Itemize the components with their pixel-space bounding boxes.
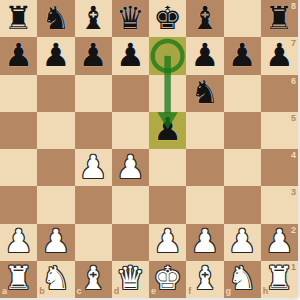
square-f7[interactable]: ♟ <box>186 37 223 74</box>
file-label-h: h <box>263 287 269 296</box>
square-c5[interactable] <box>75 112 112 149</box>
square-c2[interactable] <box>75 224 112 261</box>
white-knight-g1[interactable]: ♞ <box>228 262 257 294</box>
square-b7[interactable]: ♟ <box>37 37 74 74</box>
square-d7[interactable]: ♟ <box>112 37 149 74</box>
file-label-a: a <box>2 287 7 296</box>
square-h5[interactable]: 5 <box>261 112 298 149</box>
square-c6[interactable] <box>75 75 112 112</box>
square-a7[interactable]: ♟ <box>0 37 37 74</box>
white-pawn-h2[interactable]: ♟ <box>265 225 294 257</box>
white-bishop-f1[interactable]: ♝ <box>191 262 220 294</box>
rank-label-8: 8 <box>291 2 296 11</box>
square-a1[interactable]: ♜a <box>0 261 37 298</box>
square-d4[interactable]: ♟ <box>112 149 149 186</box>
rank-label-7: 7 <box>291 39 296 48</box>
square-e5[interactable]: ♟ <box>149 112 186 149</box>
file-label-f: f <box>188 287 191 296</box>
white-pawn-a2[interactable]: ♟ <box>4 225 33 257</box>
black-king-e8[interactable]: ♚ <box>153 2 182 34</box>
square-h6[interactable]: 6 <box>261 75 298 112</box>
square-f6[interactable]: ♞ <box>186 75 223 112</box>
square-a5[interactable] <box>0 112 37 149</box>
white-pawn-e2[interactable]: ♟ <box>153 225 182 257</box>
file-label-d: d <box>114 287 120 296</box>
rank-label-3: 3 <box>291 188 296 197</box>
black-pawn-b7[interactable]: ♟ <box>42 39 71 71</box>
square-e2[interactable]: ♟ <box>149 224 186 261</box>
white-pawn-d4[interactable]: ♟ <box>116 151 145 183</box>
square-c1[interactable]: ♝c <box>75 261 112 298</box>
square-f8[interactable]: ♝ <box>186 0 223 37</box>
square-f1[interactable]: ♝f <box>186 261 223 298</box>
square-c7[interactable]: ♟ <box>75 37 112 74</box>
square-a2[interactable]: ♟ <box>0 224 37 261</box>
file-label-e: e <box>151 287 156 296</box>
black-bishop-c8[interactable]: ♝ <box>79 2 108 34</box>
white-rook-h1[interactable]: ♜ <box>265 262 294 294</box>
rank-label-5: 5 <box>291 114 296 123</box>
square-h1[interactable]: ♜1h <box>261 261 298 298</box>
white-knight-b1[interactable]: ♞ <box>42 262 71 294</box>
square-b2[interactable]: ♟ <box>37 224 74 261</box>
square-g1[interactable]: ♞g <box>224 261 261 298</box>
file-label-b: b <box>39 287 45 296</box>
square-g6[interactable] <box>224 75 261 112</box>
rank-label-6: 6 <box>291 77 296 86</box>
square-h3[interactable]: 3 <box>261 186 298 223</box>
black-bishop-f8[interactable]: ♝ <box>191 2 220 34</box>
square-h2[interactable]: ♟2 <box>261 224 298 261</box>
black-knight-b8[interactable]: ♞ <box>42 2 71 34</box>
square-g2[interactable]: ♟ <box>224 224 261 261</box>
black-pawn-f7[interactable]: ♟ <box>191 39 220 71</box>
square-g5[interactable] <box>224 112 261 149</box>
white-pawn-b2[interactable]: ♟ <box>42 225 71 257</box>
rank-label-4: 4 <box>291 151 296 160</box>
square-f2[interactable]: ♟ <box>186 224 223 261</box>
black-pawn-h7[interactable]: ♟ <box>265 39 294 71</box>
black-pawn-e5[interactable]: ♟ <box>153 113 182 145</box>
square-d1[interactable]: ♛d <box>112 261 149 298</box>
square-e6[interactable] <box>149 75 186 112</box>
white-rook-a1[interactable]: ♜ <box>4 262 33 294</box>
square-g7[interactable]: ♟ <box>224 37 261 74</box>
white-pawn-c4[interactable]: ♟ <box>79 151 108 183</box>
square-e3[interactable] <box>149 186 186 223</box>
square-d3[interactable] <box>112 186 149 223</box>
black-knight-f6[interactable]: ♞ <box>191 76 220 108</box>
square-d8[interactable]: ♛ <box>112 0 149 37</box>
square-b5[interactable] <box>37 112 74 149</box>
white-queen-d1[interactable]: ♛ <box>116 262 145 294</box>
square-h4[interactable]: 4 <box>261 149 298 186</box>
white-pawn-f2[interactable]: ♟ <box>191 225 220 257</box>
white-pawn-g2[interactable]: ♟ <box>228 225 257 257</box>
chess-board-frame: ♜♞♝♛♚♝♜8♟♟♟♟♟♟♟7♞6♟5♟♟43♟♟♟♟♟♟2♜a♞b♝c♛d♚… <box>0 0 300 300</box>
black-queen-d8[interactable]: ♛ <box>116 2 145 34</box>
square-f5[interactable] <box>186 112 223 149</box>
square-g4[interactable] <box>224 149 261 186</box>
black-pawn-d7[interactable]: ♟ <box>116 39 145 71</box>
square-a8[interactable]: ♜ <box>0 0 37 37</box>
square-e8[interactable]: ♚ <box>149 0 186 37</box>
black-pawn-a7[interactable]: ♟ <box>4 39 33 71</box>
square-e4[interactable] <box>149 149 186 186</box>
square-b6[interactable] <box>37 75 74 112</box>
white-king-e1[interactable]: ♚ <box>153 262 182 294</box>
square-e1[interactable]: ♚e <box>149 261 186 298</box>
square-h7[interactable]: ♟7 <box>261 37 298 74</box>
square-c8[interactable]: ♝ <box>75 0 112 37</box>
black-pawn-g7[interactable]: ♟ <box>228 39 257 71</box>
square-g8[interactable] <box>224 0 261 37</box>
file-label-c: c <box>77 287 82 296</box>
rank-label-1: 1 <box>291 263 296 272</box>
square-d5[interactable] <box>112 112 149 149</box>
rank-label-2: 2 <box>291 226 296 235</box>
square-a4[interactable] <box>0 149 37 186</box>
black-rook-a8[interactable]: ♜ <box>4 2 33 34</box>
square-b3[interactable] <box>37 186 74 223</box>
square-b8[interactable]: ♞ <box>37 0 74 37</box>
square-c4[interactable]: ♟ <box>75 149 112 186</box>
square-g3[interactable] <box>224 186 261 223</box>
square-a3[interactable] <box>0 186 37 223</box>
black-pawn-c7[interactable]: ♟ <box>79 39 108 71</box>
square-b1[interactable]: ♞b <box>37 261 74 298</box>
square-b4[interactable] <box>37 149 74 186</box>
square-d2[interactable] <box>112 224 149 261</box>
square-f4[interactable] <box>186 149 223 186</box>
white-bishop-c1[interactable]: ♝ <box>79 262 108 294</box>
file-label-g: g <box>226 287 232 296</box>
square-c3[interactable] <box>75 186 112 223</box>
square-a6[interactable] <box>0 75 37 112</box>
square-h8[interactable]: ♜8 <box>261 0 298 37</box>
square-d6[interactable] <box>112 75 149 112</box>
black-rook-h8[interactable]: ♜ <box>265 2 294 34</box>
square-e7[interactable] <box>149 37 186 74</box>
square-f3[interactable] <box>186 186 223 223</box>
chess-board: ♜♞♝♛♚♝♜8♟♟♟♟♟♟♟7♞6♟5♟♟43♟♟♟♟♟♟2♜a♞b♝c♛d♚… <box>0 0 298 298</box>
